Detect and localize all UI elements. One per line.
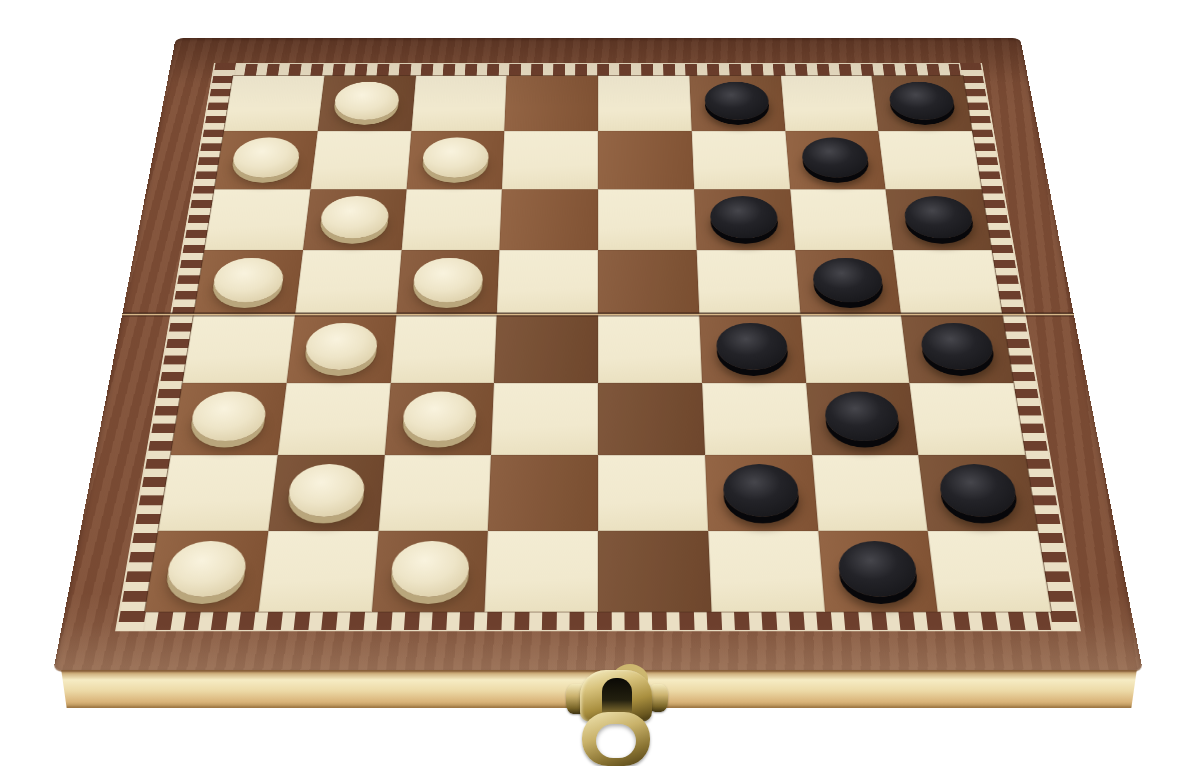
folding-checkers-board bbox=[53, 38, 1143, 672]
checker-white-b6 bbox=[319, 196, 390, 238]
checkers-set-photo bbox=[0, 0, 1197, 766]
checker-white-a7 bbox=[230, 137, 301, 177]
checker-white-c1 bbox=[390, 541, 471, 597]
checker-white-c7 bbox=[422, 137, 490, 177]
board-perspective-wrapper bbox=[53, 38, 1143, 672]
checker-white-a3 bbox=[189, 392, 269, 442]
checker-white-c5 bbox=[412, 258, 484, 302]
checker-white-b2 bbox=[286, 464, 366, 517]
clasp-loop bbox=[582, 712, 650, 766]
checker-black-f2 bbox=[722, 464, 800, 517]
checker-black-h2 bbox=[937, 464, 1019, 517]
checker-white-b8 bbox=[333, 82, 401, 120]
checker-black-f8 bbox=[704, 82, 770, 120]
checker-black-g3 bbox=[823, 392, 901, 442]
decorative-border-bottom bbox=[115, 610, 1081, 632]
checker-black-h8 bbox=[887, 82, 956, 120]
checker-black-g1 bbox=[836, 541, 919, 597]
checker-white-b4 bbox=[303, 323, 379, 370]
checker-white-a5 bbox=[211, 258, 286, 302]
checker-white-a1 bbox=[164, 541, 249, 597]
checker-black-f6 bbox=[709, 196, 779, 238]
brass-clasp bbox=[566, 664, 670, 766]
checker-white-c3 bbox=[402, 392, 478, 442]
checker-black-f4 bbox=[715, 323, 789, 370]
pieces-layer bbox=[144, 75, 1052, 612]
checker-black-h6 bbox=[902, 196, 975, 238]
checker-black-g5 bbox=[811, 258, 884, 302]
checker-black-h4 bbox=[919, 323, 997, 370]
checker-black-g7 bbox=[801, 137, 871, 177]
